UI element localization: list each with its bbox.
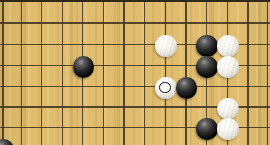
- black-stone: [196, 56, 218, 78]
- black-stone: [0, 139, 14, 145]
- goban[interactable]: [0, 0, 270, 145]
- white-stone: [155, 77, 177, 99]
- black-stone: [196, 118, 218, 140]
- last-move-marker: [159, 82, 171, 94]
- black-stone: [176, 77, 198, 99]
- white-stone: [217, 118, 239, 140]
- screenshot-root: [0, 0, 270, 145]
- grid-line-horizontal: [0, 0, 270, 2]
- white-stone: [217, 98, 239, 120]
- black-stone: [196, 35, 218, 57]
- black-stone: [73, 56, 95, 78]
- white-stone: [217, 56, 239, 78]
- white-stone: [155, 35, 177, 57]
- white-stone: [217, 35, 239, 57]
- grid-line-horizontal: [0, 86, 270, 87]
- grid-line-horizontal: [0, 22, 270, 23]
